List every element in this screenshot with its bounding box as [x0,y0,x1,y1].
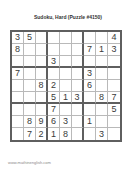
sudoku-cell-r6c8: 8 [96,92,108,104]
sudoku-cell-r7c5[interactable] [60,104,72,116]
sudoku-cell-r4c7: 3 [84,68,96,80]
sudoku-cell-r8c5: 3 [60,116,72,128]
sudoku-cell-r2c5[interactable] [60,44,72,56]
sudoku-cell-r5c3: 8 [36,80,48,92]
sudoku-cell-r5c5[interactable] [60,80,72,92]
sudoku-cell-r6c3[interactable] [36,92,48,104]
sudoku-cell-r8c9[interactable] [108,116,120,128]
sudoku-cell-r9c1[interactable] [12,128,24,140]
sudoku-cell-r3c4: 3 [48,56,60,68]
sudoku-cell-r4c8[interactable] [96,68,108,80]
sudoku-cell-r1c9: 4 [108,32,120,44]
sudoku-cell-r4c1: 7 [12,68,24,80]
footer-url: www.mathinenglish.com [8,160,51,165]
sudoku-cell-r9c4: 1 [48,128,60,140]
sudoku-cell-r8c1[interactable] [12,116,24,128]
sudoku-cell-r1c2: 5 [24,32,36,44]
sudoku-cell-r6c9: 7 [108,92,120,104]
sudoku-cell-r9c5: 8 [60,128,72,140]
sudoku-cell-r2c3[interactable] [36,44,48,56]
sudoku-cell-r7c6[interactable] [72,104,84,116]
sudoku-cell-r3c8[interactable] [96,56,108,68]
sudoku-cell-r1c5[interactable] [60,32,72,44]
sudoku-cell-r4c2[interactable] [24,68,36,80]
sudoku-cell-r9c2: 7 [24,128,36,140]
sudoku-cell-r6c7[interactable] [84,92,96,104]
sudoku-cell-r1c3[interactable] [36,32,48,44]
sudoku-cell-r5c2[interactable] [24,80,36,92]
sudoku-cell-r7c3[interactable] [36,104,48,116]
sudoku-cell-r5c4: 2 [48,80,60,92]
sudoku-cell-r7c9: 5 [108,104,120,116]
sudoku-cell-r5c1[interactable] [12,80,24,92]
sudoku-cell-r1c7[interactable] [84,32,96,44]
sudoku-cell-r8c7: 1 [84,116,96,128]
sudoku-grid: 354871337382651387758963172183 [10,30,122,142]
sudoku-cell-r8c4: 6 [48,116,60,128]
sudoku-cell-r4c6[interactable] [72,68,84,80]
sudoku-cell-r3c3[interactable] [36,56,48,68]
sudoku-cell-r3c2[interactable] [24,56,36,68]
sudoku-cell-r4c5[interactable] [60,68,72,80]
sudoku-cell-r4c9[interactable] [108,68,120,80]
sudoku-cell-r2c4[interactable] [48,44,60,56]
sudoku-cell-r7c7[interactable] [84,104,96,116]
sudoku-cell-r4c3[interactable] [36,68,48,80]
sudoku-cell-r2c7: 7 [84,44,96,56]
sudoku-cell-r7c8[interactable] [96,104,108,116]
sudoku-cell-r1c1: 3 [12,32,24,44]
sudoku-cell-r5c9[interactable] [108,80,120,92]
sudoku-cell-r2c8: 1 [96,44,108,56]
sudoku-cell-r9c8: 3 [96,128,108,140]
sudoku-cell-r3c7[interactable] [84,56,96,68]
sudoku-cell-r1c8[interactable] [96,32,108,44]
sudoku-cell-r7c1[interactable] [12,104,24,116]
sudoku-cell-r3c1[interactable] [12,56,24,68]
sudoku-cell-r5c7: 6 [84,80,96,92]
sudoku-cell-r1c6[interactable] [72,32,84,44]
sudoku-cell-r5c8[interactable] [96,80,108,92]
sudoku-sheet: Sudoku, Hard (Puzzle #4150) 354871337382… [0,0,136,176]
sudoku-cell-r2c1: 8 [12,44,24,56]
sudoku-cell-r6c1[interactable] [12,92,24,104]
page-title: Sudoku, Hard (Puzzle #4150) [0,14,136,20]
sudoku-cell-r6c4: 5 [48,92,60,104]
sudoku-cell-r2c2[interactable] [24,44,36,56]
sudoku-cell-r3c9[interactable] [108,56,120,68]
sudoku-cell-r6c2[interactable] [24,92,36,104]
sudoku-cell-r8c6[interactable] [72,116,84,128]
sudoku-cell-r8c2: 8 [24,116,36,128]
sudoku-cell-r6c5: 1 [60,92,72,104]
sudoku-cell-r4c4[interactable] [48,68,60,80]
sudoku-cell-r7c4: 7 [48,104,60,116]
sudoku-cell-r5c6[interactable] [72,80,84,92]
sudoku-cell-r8c8[interactable] [96,116,108,128]
sudoku-cell-r2c6[interactable] [72,44,84,56]
sudoku-cell-r9c6[interactable] [72,128,84,140]
sudoku-cell-r3c5[interactable] [60,56,72,68]
sudoku-cell-r7c2[interactable] [24,104,36,116]
sudoku-cell-r9c9[interactable] [108,128,120,140]
sudoku-cell-r9c3: 2 [36,128,48,140]
sudoku-cell-r1c4[interactable] [48,32,60,44]
sudoku-cell-r2c9: 3 [108,44,120,56]
sudoku-cell-r6c6: 3 [72,92,84,104]
sudoku-cell-r3c6[interactable] [72,56,84,68]
sudoku-cell-r8c3: 9 [36,116,48,128]
sudoku-cell-r9c7[interactable] [84,128,96,140]
